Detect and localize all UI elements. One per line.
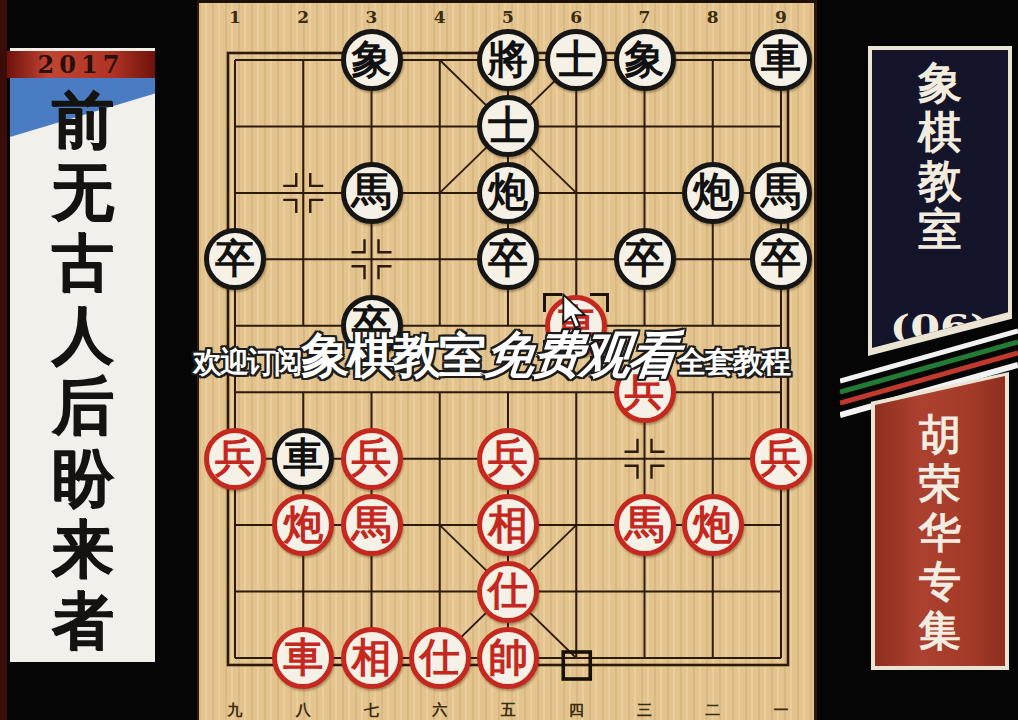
file-label-bottom: 八 xyxy=(291,701,315,720)
piece-red-elephant[interactable]: 相 xyxy=(477,494,539,556)
piece-black-cannon[interactable]: 炮 xyxy=(477,162,539,224)
author-char: 胡 xyxy=(919,410,961,459)
calligraphy-char: 前 xyxy=(52,84,114,156)
file-label-bottom: 六 xyxy=(428,701,452,720)
file-label-bottom: 二 xyxy=(701,701,725,720)
cursor-icon xyxy=(562,293,589,334)
file-label-bottom: 五 xyxy=(496,701,520,720)
series-title-box: 象棋教室 (06) xyxy=(868,46,1012,356)
piece-red-soldier[interactable]: 兵 xyxy=(341,428,403,490)
piece-black-horse[interactable]: 馬 xyxy=(750,162,812,224)
piece-red-elephant[interactable]: 相 xyxy=(341,627,403,689)
piece-black-soldier[interactable]: 卒 xyxy=(750,228,812,290)
piece-black-chariot[interactable]: 車 xyxy=(750,29,812,91)
calligraphy-char: 后 xyxy=(52,370,114,442)
piece-red-soldier[interactable]: 兵 xyxy=(204,428,266,490)
author-char: 荣 xyxy=(919,459,961,508)
piece-red-cannon[interactable]: 炮 xyxy=(682,494,744,556)
file-label-bottom: 七 xyxy=(360,701,384,720)
author-text: 胡荣华专集 xyxy=(875,410,1005,655)
subtitle-seg1: 欢迎订阅 xyxy=(193,343,301,383)
file-label-top: 9 xyxy=(769,7,793,27)
piece-black-horse[interactable]: 馬 xyxy=(341,162,403,224)
author-char: 专 xyxy=(919,557,961,606)
right-banner: 象棋教室 (06) 胡荣华专集 xyxy=(817,0,1018,720)
calligraphy-strip: 2017 前无古人后盼来者 xyxy=(10,48,155,662)
author-char: 华 xyxy=(919,508,961,557)
piece-black-advisor[interactable]: 士 xyxy=(545,29,607,91)
file-label-top: 5 xyxy=(496,7,520,27)
piece-red-horse[interactable]: 馬 xyxy=(341,494,403,556)
calligraphy-char: 无 xyxy=(52,156,114,228)
file-label-top: 8 xyxy=(701,7,725,27)
series-title-char: 教 xyxy=(918,156,962,205)
file-label-bottom: 九 xyxy=(223,701,247,720)
piece-black-elephant[interactable]: 象 xyxy=(341,29,403,91)
author-box: 胡荣华专集 xyxy=(871,372,1009,670)
piece-black-soldier[interactable]: 卒 xyxy=(477,228,539,290)
left-banner: 2017 前无古人后盼来者 xyxy=(0,0,197,720)
piece-black-elephant[interactable]: 象 xyxy=(614,29,676,91)
calligraphy-char: 人 xyxy=(52,299,114,371)
calligraphy-char: 古 xyxy=(52,227,114,299)
piece-red-chariot[interactable]: 車 xyxy=(272,627,334,689)
piece-red-soldier[interactable]: 兵 xyxy=(477,428,539,490)
file-label-bottom: 三 xyxy=(633,701,657,720)
piece-red-cannon[interactable]: 炮 xyxy=(272,494,334,556)
file-label-bottom: 一 xyxy=(769,701,793,720)
file-label-top: 3 xyxy=(360,7,384,27)
author-char: 集 xyxy=(919,606,961,655)
piece-red-horse[interactable]: 馬 xyxy=(614,494,676,556)
piece-black-advisor[interactable]: 士 xyxy=(477,95,539,157)
calligraphy-char: 来 xyxy=(52,513,114,585)
year-badge: 2017 xyxy=(7,51,155,78)
piece-black-general[interactable]: 將 xyxy=(477,29,539,91)
file-label-bottom: 四 xyxy=(564,701,588,720)
calligraphy-char: 者 xyxy=(52,585,114,657)
piece-black-soldier[interactable]: 卒 xyxy=(204,228,266,290)
series-title-text: 象棋教室 xyxy=(872,58,1008,254)
file-label-top: 6 xyxy=(564,7,588,27)
piece-black-chariot[interactable]: 車 xyxy=(272,428,334,490)
piece-red-advisor[interactable]: 仕 xyxy=(409,627,471,689)
subtitle-overlay: 欢迎订阅 象棋教室 免费观看 全套教程 xyxy=(193,322,813,389)
left-edge-strip xyxy=(0,0,7,720)
series-title-char: 象 xyxy=(918,58,962,107)
series-title-char: 室 xyxy=(918,205,962,254)
piece-black-cannon[interactable]: 炮 xyxy=(682,162,744,224)
file-label-top: 4 xyxy=(428,7,452,27)
piece-red-advisor[interactable]: 仕 xyxy=(477,561,539,623)
series-title-char: 棋 xyxy=(918,107,962,156)
subtitle-seg2: 象棋教室 xyxy=(301,324,485,388)
calligraphy-text: 前无古人后盼来者 xyxy=(10,84,155,656)
file-label-top: 2 xyxy=(291,7,315,27)
calligraphy-char: 盼 xyxy=(52,442,114,514)
piece-black-soldier[interactable]: 卒 xyxy=(614,228,676,290)
piece-red-general[interactable]: 帥 xyxy=(477,627,539,689)
file-label-top: 1 xyxy=(223,7,247,27)
file-label-top: 7 xyxy=(633,7,657,27)
video-frame: 2017 前无古人后盼来者 123456789九八七六五四三二一 象將士象車士馬… xyxy=(0,0,1018,720)
subtitle-seg4: 全套教程 xyxy=(677,342,789,383)
piece-red-soldier[interactable]: 兵 xyxy=(750,428,812,490)
